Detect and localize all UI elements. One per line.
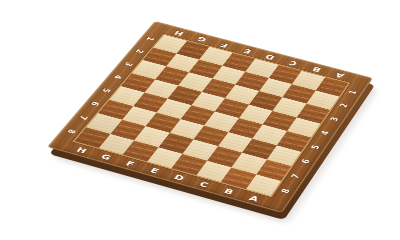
product-photo-stage: H G F E D C B A H G F E D C B A 1 2 3 4 … xyxy=(0,0,400,240)
chess-board: H G F E D C B A H G F E D C B A 1 2 3 4 … xyxy=(47,21,373,213)
